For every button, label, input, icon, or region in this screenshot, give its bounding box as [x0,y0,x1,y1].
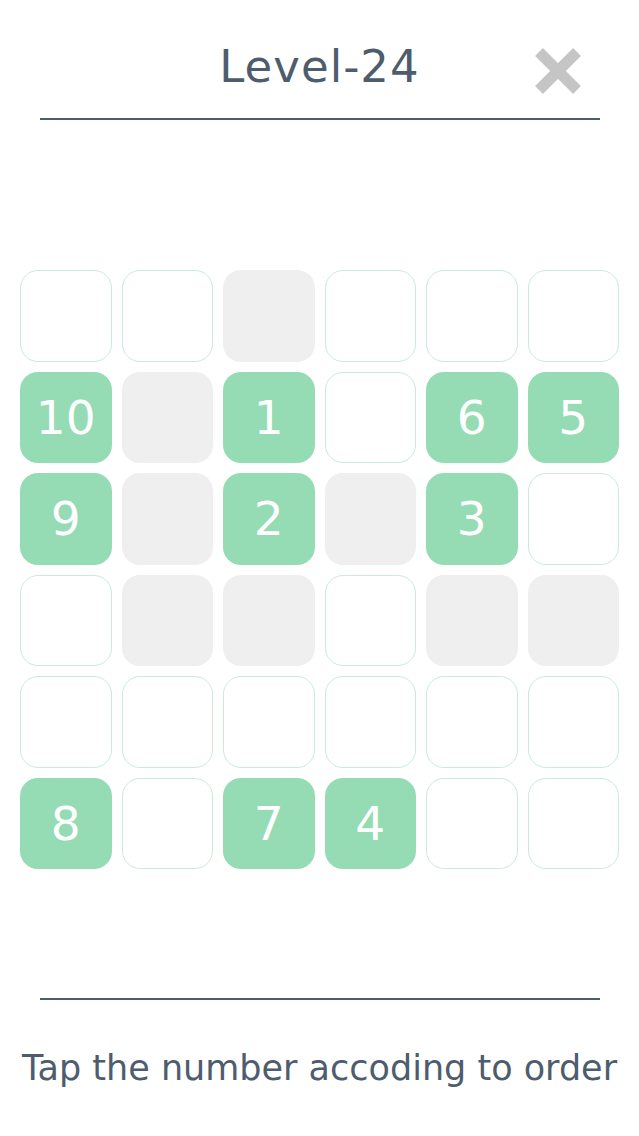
close-button[interactable] [534,47,582,95]
close-x-icon [534,83,582,98]
cell-r1c2[interactable] [122,270,214,362]
cell-r6c5[interactable] [426,778,518,870]
cell-r2c3[interactable]: 1 [223,372,315,464]
cell-r2c1[interactable]: 10 [20,372,112,464]
cell-r3c6[interactable] [528,473,620,565]
cell-r4c1[interactable] [20,575,112,667]
cell-r3c4 [325,473,417,565]
cell-r4c2 [122,575,214,667]
cell-r6c1[interactable]: 8 [20,778,112,870]
cell-r1c6[interactable] [528,270,620,362]
cell-r5c2[interactable] [122,676,214,768]
cell-r1c3 [223,270,315,362]
cell-r3c3[interactable]: 2 [223,473,315,565]
instruction-text: Tap the number accoding to order [0,1048,639,1088]
cell-r1c1[interactable] [20,270,112,362]
cell-r2c6[interactable]: 5 [528,372,620,464]
cell-r3c2 [122,473,214,565]
cell-r4c5 [426,575,518,667]
cell-r6c2[interactable] [122,778,214,870]
cell-r4c3 [223,575,315,667]
cell-r4c4[interactable] [325,575,417,667]
cell-r5c6[interactable] [528,676,620,768]
cell-r5c3[interactable] [223,676,315,768]
cell-r2c5[interactable]: 6 [426,372,518,464]
header-divider [40,118,600,120]
cell-r6c4[interactable]: 4 [325,778,417,870]
cell-r3c5[interactable]: 3 [426,473,518,565]
game-screen: Level-24 10165923874 Tap the number acco… [0,0,639,1136]
cell-r5c4[interactable] [325,676,417,768]
cell-r3c1[interactable]: 9 [20,473,112,565]
cell-r4c6 [528,575,620,667]
cell-r2c2 [122,372,214,464]
cell-r1c5[interactable] [426,270,518,362]
cell-r6c3[interactable]: 7 [223,778,315,870]
cell-r5c1[interactable] [20,676,112,768]
cell-r6c6[interactable] [528,778,620,870]
footer-divider [40,998,600,1000]
cell-r2c4[interactable] [325,372,417,464]
board: 10165923874 [20,270,619,869]
cell-r1c4[interactable] [325,270,417,362]
cell-r5c5[interactable] [426,676,518,768]
